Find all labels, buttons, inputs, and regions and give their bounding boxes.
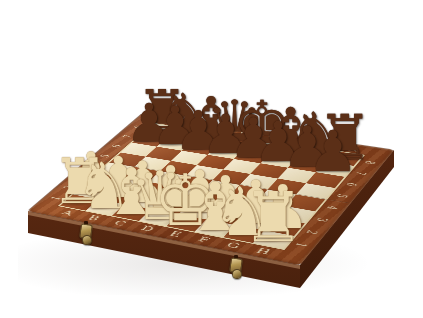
file-label-front-f: F [196, 235, 213, 244]
rank-label-right-6: 6 [344, 182, 361, 187]
rank-label-left-5: 5 [97, 154, 112, 159]
rank-label-left-3: 3 [73, 174, 88, 179]
rank-label-left-2: 2 [61, 185, 76, 190]
file-label-front-h: H [254, 246, 273, 256]
brass-clasp-left-icon [78, 224, 93, 244]
rank-label-right-7: 7 [353, 171, 370, 176]
file-label-back-f: F [290, 137, 304, 144]
rank-label-left-4: 4 [86, 164, 101, 169]
brass-clasp-center-icon [228, 258, 243, 278]
file-label-back-a: A [163, 118, 178, 125]
product-photo-stage: AABBCCDDEEFFGGHH1122334455667788 ♜♞♝♛♚♝♞… [0, 0, 423, 318]
file-label-back-e: E [264, 133, 279, 140]
rank-label-right-4: 4 [324, 205, 341, 211]
rank-label-right-2: 2 [303, 229, 321, 235]
file-label-front-g: G [224, 241, 242, 251]
file-label-back-g: G [317, 141, 333, 148]
file-label-back-b: B [187, 122, 202, 129]
rank-label-left-6: 6 [109, 144, 124, 149]
file-label-front-c: C [112, 219, 129, 228]
rank-label-left-1: 1 [48, 195, 64, 200]
file-label-front-e: E [167, 230, 184, 239]
file-label-front-a: A [59, 209, 76, 217]
clasp-hook [232, 269, 243, 280]
file-label-back-c: C [212, 125, 227, 132]
file-label-front-d: D [139, 224, 157, 233]
rank-label-right-8: 8 [362, 160, 378, 165]
rank-label-left-8: 8 [131, 125, 145, 129]
rank-label-right-5: 5 [334, 193, 351, 199]
rank-label-right-3: 3 [314, 217, 331, 223]
clasp-hook [82, 235, 93, 246]
file-label-back-h: H [344, 145, 361, 153]
rank-label-right-1: 1 [293, 242, 311, 248]
rank-label-left-7: 7 [120, 134, 135, 138]
file-label-back-d: D [237, 129, 253, 136]
